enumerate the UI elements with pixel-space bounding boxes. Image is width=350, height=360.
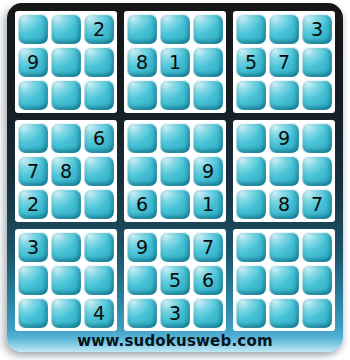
cell-r7c9[interactable]: [302, 232, 332, 262]
cell-r3c1[interactable]: [18, 80, 48, 110]
cell-r2c9[interactable]: [302, 47, 332, 77]
cell-r9c6[interactable]: [193, 298, 223, 328]
cell-r3c3[interactable]: [84, 80, 114, 110]
cell-r7c6[interactable]: 7: [193, 232, 223, 262]
cell-r8c8[interactable]: [269, 265, 299, 295]
cell-r1c1[interactable]: [18, 14, 48, 44]
cell-r5c2[interactable]: 8: [51, 156, 81, 186]
cell-r4c5[interactable]: [160, 123, 190, 153]
cell-r9c8[interactable]: [269, 298, 299, 328]
cell-r6c5[interactable]: [160, 189, 190, 219]
cell-r4c2[interactable]: [51, 123, 81, 153]
box-2-2: 961: [124, 120, 226, 222]
box-3-2: 97563: [124, 229, 226, 331]
cell-r2c3[interactable]: [84, 47, 114, 77]
cell-r5c3[interactable]: [84, 156, 114, 186]
cell-r4c7[interactable]: [236, 123, 266, 153]
cell-r3c6[interactable]: [193, 80, 223, 110]
cell-r5c6[interactable]: 9: [193, 156, 223, 186]
cell-r3c7[interactable]: [236, 80, 266, 110]
cell-r7c7[interactable]: [236, 232, 266, 262]
sudoku-plaque: 298135767829619873497563 www.sudokusweb.…: [7, 3, 343, 352]
box-2-1: 6782: [15, 120, 117, 222]
cell-r6c9[interactable]: 7: [302, 189, 332, 219]
cell-r6c1[interactable]: 2: [18, 189, 48, 219]
cell-r1c2[interactable]: [51, 14, 81, 44]
cell-r1c4[interactable]: [127, 14, 157, 44]
box-1-3: 357: [233, 11, 335, 113]
box-1-1: 29: [15, 11, 117, 113]
cell-r1c5[interactable]: [160, 14, 190, 44]
cell-r9c1[interactable]: [18, 298, 48, 328]
site-link[interactable]: www.sudokusweb.com: [77, 332, 272, 350]
cell-r5c8[interactable]: [269, 156, 299, 186]
cell-r6c6[interactable]: 1: [193, 189, 223, 219]
cell-r4c8[interactable]: 9: [269, 123, 299, 153]
cell-r5c9[interactable]: [302, 156, 332, 186]
cell-r4c1[interactable]: [18, 123, 48, 153]
cell-r7c4[interactable]: 9: [127, 232, 157, 262]
cell-r6c2[interactable]: [51, 189, 81, 219]
cell-r7c5[interactable]: [160, 232, 190, 262]
cell-r8c5[interactable]: 5: [160, 265, 190, 295]
cell-r6c3[interactable]: [84, 189, 114, 219]
cell-r2c8[interactable]: 7: [269, 47, 299, 77]
cell-r1c3[interactable]: 2: [84, 14, 114, 44]
cell-r4c6[interactable]: [193, 123, 223, 153]
cell-r9c5[interactable]: 3: [160, 298, 190, 328]
cell-r5c7[interactable]: [236, 156, 266, 186]
cell-r3c5[interactable]: [160, 80, 190, 110]
cell-r5c4[interactable]: [127, 156, 157, 186]
cell-r4c9[interactable]: [302, 123, 332, 153]
cell-r1c8[interactable]: [269, 14, 299, 44]
box-3-1: 34: [15, 229, 117, 331]
cell-r2c7[interactable]: 5: [236, 47, 266, 77]
cell-r3c4[interactable]: [127, 80, 157, 110]
cell-r7c2[interactable]: [51, 232, 81, 262]
cell-r5c5[interactable]: [160, 156, 190, 186]
cell-r8c4[interactable]: [127, 265, 157, 295]
cell-r3c2[interactable]: [51, 80, 81, 110]
cell-r2c6[interactable]: [193, 47, 223, 77]
cell-r7c1[interactable]: 3: [18, 232, 48, 262]
sudoku-board: 298135767829619873497563: [15, 11, 335, 331]
cell-r4c4[interactable]: [127, 123, 157, 153]
cell-r9c4[interactable]: [127, 298, 157, 328]
footer: www.sudokusweb.com: [7, 331, 343, 351]
box-2-3: 987: [233, 120, 335, 222]
cell-r2c5[interactable]: 1: [160, 47, 190, 77]
box-1-2: 81: [124, 11, 226, 113]
cell-r8c9[interactable]: [302, 265, 332, 295]
cell-r9c9[interactable]: [302, 298, 332, 328]
cell-r8c7[interactable]: [236, 265, 266, 295]
cell-r9c2[interactable]: [51, 298, 81, 328]
cell-r8c3[interactable]: [84, 265, 114, 295]
cell-r6c8[interactable]: 8: [269, 189, 299, 219]
cell-r6c7[interactable]: [236, 189, 266, 219]
cell-r3c8[interactable]: [269, 80, 299, 110]
cell-r2c2[interactable]: [51, 47, 81, 77]
cell-r1c9[interactable]: 3: [302, 14, 332, 44]
box-3-3: [233, 229, 335, 331]
cell-r6c4[interactable]: 6: [127, 189, 157, 219]
cell-r8c2[interactable]: [51, 265, 81, 295]
cell-r2c4[interactable]: 8: [127, 47, 157, 77]
cell-r9c3[interactable]: 4: [84, 298, 114, 328]
cell-r8c6[interactable]: 6: [193, 265, 223, 295]
cell-r7c8[interactable]: [269, 232, 299, 262]
cell-r7c3[interactable]: [84, 232, 114, 262]
cell-r9c7[interactable]: [236, 298, 266, 328]
cell-r5c1[interactable]: 7: [18, 156, 48, 186]
cell-r1c6[interactable]: [193, 14, 223, 44]
cell-r4c3[interactable]: 6: [84, 123, 114, 153]
cell-r8c1[interactable]: [18, 265, 48, 295]
cell-r3c9[interactable]: [302, 80, 332, 110]
cell-r1c7[interactable]: [236, 14, 266, 44]
cell-r2c1[interactable]: 9: [18, 47, 48, 77]
